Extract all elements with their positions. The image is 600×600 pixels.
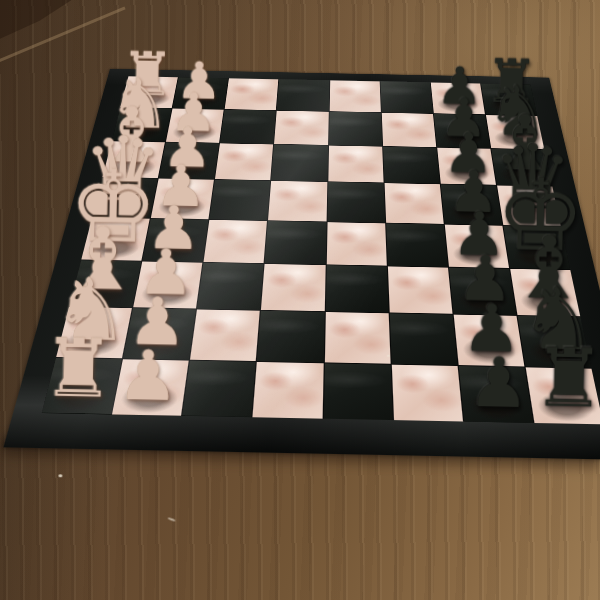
square-r1c5 xyxy=(381,113,436,147)
square-r6c4 xyxy=(324,312,390,364)
square-r7c6: ♟ xyxy=(458,366,533,423)
square-r4c3 xyxy=(265,221,326,264)
square-r2c3 xyxy=(272,145,328,182)
square-r0c3 xyxy=(277,79,329,111)
square-r1c4 xyxy=(329,112,382,146)
piece-black-rook: ♜ xyxy=(532,337,600,419)
square-r0c2 xyxy=(225,78,279,110)
square-r7c3 xyxy=(253,362,323,419)
square-r3c3 xyxy=(268,181,326,221)
board-squares: ♜♟♟♜♞♟♟♞♝♟♟♝♛♟♟♛♚♟♟♚♝♟♟♝♞♟♟♞♜♟♟♜ xyxy=(42,76,600,424)
piece-black-pawn: ♟ xyxy=(467,348,530,418)
square-r1c3 xyxy=(274,111,328,145)
square-r7c5 xyxy=(391,365,462,422)
square-r5c5 xyxy=(387,266,452,313)
dust-speck xyxy=(387,355,390,357)
square-r4c4 xyxy=(326,222,386,265)
square-r6c5 xyxy=(389,313,457,365)
square-r7c7: ♜ xyxy=(526,367,600,424)
square-r7c0: ♜ xyxy=(42,358,122,415)
square-r1c2 xyxy=(220,110,276,144)
square-r0c4 xyxy=(329,80,380,112)
square-r6c3 xyxy=(257,311,324,363)
square-r3c2 xyxy=(210,180,271,220)
piece-white-pawn: ♟ xyxy=(117,341,180,411)
table-background: ♜♟♟♜♞♟♟♞♝♟♟♝♛♟♟♛♚♟♟♚♝♟♟♝♞♟♟♞♜♟♟♜ xyxy=(0,0,600,600)
square-r5c2 xyxy=(197,262,264,309)
square-r6c2 xyxy=(190,309,260,361)
photo-scene: ♜♟♟♜♞♟♟♞♝♟♟♝♛♟♟♛♚♟♟♚♝♟♟♝♞♟♟♞♜♟♟♜ xyxy=(0,0,600,600)
square-r3c4 xyxy=(327,182,385,222)
square-r5c3 xyxy=(261,264,325,311)
square-r5c4 xyxy=(325,265,388,312)
square-r2c2 xyxy=(215,144,273,181)
square-r7c2 xyxy=(183,361,257,418)
square-r3c5 xyxy=(384,183,443,223)
square-r4c5 xyxy=(386,223,448,267)
square-r2c5 xyxy=(383,147,440,184)
piece-white-rook: ♜ xyxy=(41,327,115,409)
square-r2c4 xyxy=(328,146,383,183)
square-r7c1: ♟ xyxy=(112,359,189,416)
chess-board: ♜♟♟♜♞♟♟♞♝♟♟♝♛♟♟♛♚♟♟♚♝♟♟♝♞♟♟♞♜♟♟♜ xyxy=(3,69,600,460)
square-r7c4 xyxy=(323,363,392,420)
square-r4c2 xyxy=(204,219,268,262)
dust-speck xyxy=(58,474,62,477)
perspective-container: ♜♟♟♜♞♟♟♞♝♟♟♝♛♟♟♛♚♟♟♚♝♟♟♝♞♟♟♞♜♟♟♜ xyxy=(0,0,600,600)
square-r0c5 xyxy=(380,81,433,113)
